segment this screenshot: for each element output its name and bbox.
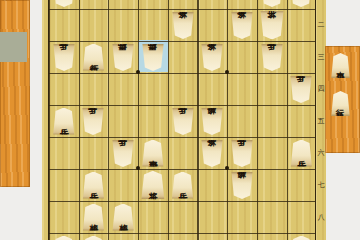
stand-patch — [0, 32, 27, 62]
star-point — [136, 166, 140, 170]
star-point — [225, 166, 229, 170]
star-point — [225, 70, 229, 74]
rank-label-8: 八 — [317, 212, 326, 222]
gote-piece-stand[interactable] — [0, 0, 30, 187]
rank-label-7: 七 — [317, 180, 326, 190]
shogi-app-window: 一二三四五六七八九 香車桂馬香車金将金将王将歩兵角行桂馬桂馬金将歩兵歩兵歩兵歩兵… — [0, 0, 360, 240]
rank-label-2: 二 — [317, 20, 326, 30]
star-point — [136, 70, 140, 74]
